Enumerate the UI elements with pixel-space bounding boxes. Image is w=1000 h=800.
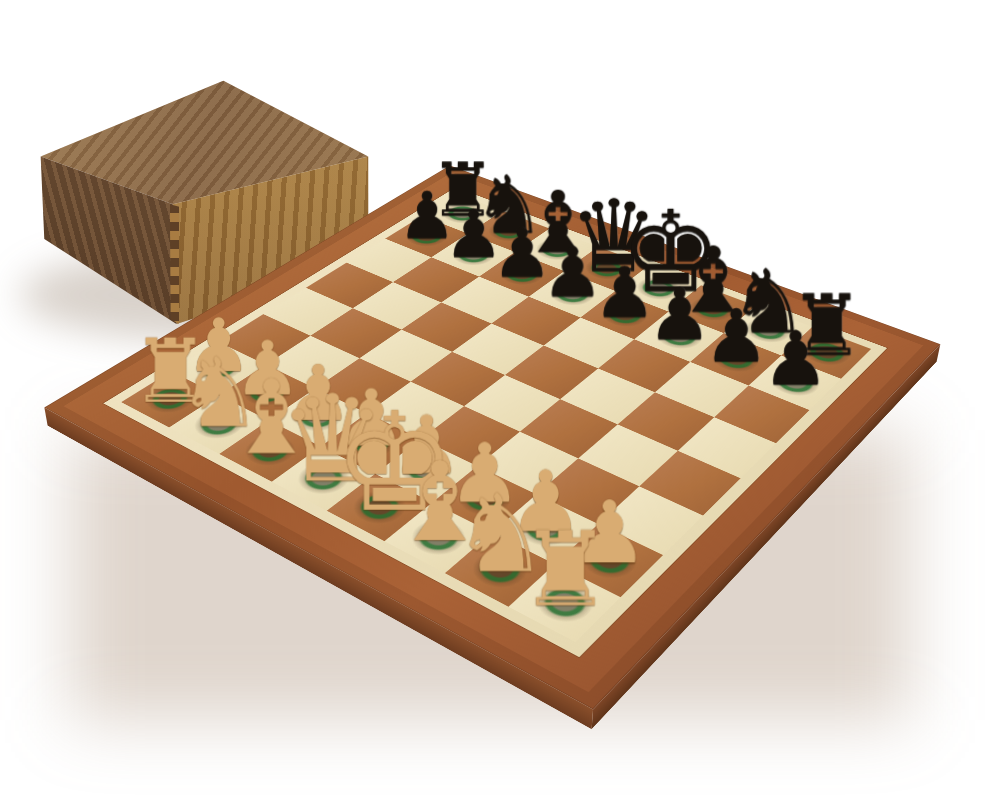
box-dovetail-joints — [170, 204, 179, 324]
scene: ♜♞♝♛♚♝♞♜♟♟♟♟♟♟♟♟♟♟♟♟♟♟♟♟♜♞♝♛♚♝♞♜ — [0, 0, 1000, 800]
